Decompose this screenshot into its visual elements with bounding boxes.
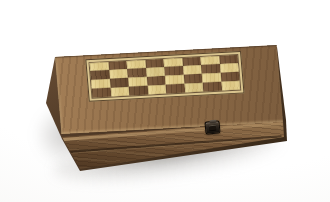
chessboard-grid xyxy=(88,54,241,99)
latch-keeper xyxy=(209,120,216,124)
board-square xyxy=(129,86,148,96)
board-square xyxy=(146,67,165,77)
board-square xyxy=(166,84,185,94)
board-square xyxy=(184,83,203,93)
board-square xyxy=(203,82,222,92)
board-square xyxy=(147,85,166,95)
chessboard-inlay xyxy=(85,50,245,102)
case-lid-top xyxy=(55,45,283,134)
latch-clasp-icon xyxy=(204,120,220,134)
board-square xyxy=(90,70,109,80)
latch-buckle xyxy=(209,125,216,132)
board-square xyxy=(110,87,129,97)
board-square xyxy=(110,78,129,88)
board-square xyxy=(221,81,240,91)
product-photo-chess-case xyxy=(0,0,330,202)
board-square xyxy=(92,88,111,98)
